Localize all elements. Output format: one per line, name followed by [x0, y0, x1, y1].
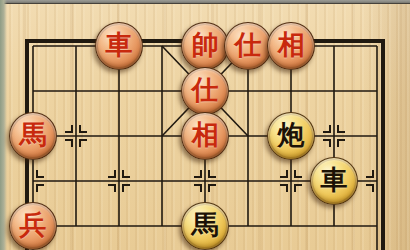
red-advisor[interactable]: 仕	[181, 67, 229, 115]
yellow-cannon[interactable]: 炮	[267, 112, 315, 160]
piece-character: 車	[321, 167, 348, 194]
red-general[interactable]: 帥	[181, 22, 229, 70]
red-chariot[interactable]: 車	[95, 22, 143, 70]
xiangqi-board[interactable]: 車帥仕相仕馬相炮車兵馬	[12, 24, 399, 249]
piece-character: 仕	[235, 32, 262, 59]
piece-character: 相	[192, 122, 219, 149]
piece-character: 炮	[278, 122, 305, 149]
red-soldier[interactable]: 兵	[9, 202, 57, 250]
piece-character: 馬	[192, 212, 219, 239]
red-horse[interactable]: 馬	[9, 112, 57, 160]
piece-character: 相	[278, 32, 305, 59]
red-advisor[interactable]: 仕	[224, 22, 272, 70]
piece-character: 兵	[20, 212, 47, 239]
xiangqi-app-screen: 車帥仕相仕馬相炮車兵馬	[0, 0, 410, 250]
piece-character: 仕	[192, 77, 219, 104]
piece-character: 帥	[192, 32, 219, 59]
red-elephant[interactable]: 相	[267, 22, 315, 70]
red-elephant[interactable]: 相	[181, 112, 229, 160]
piece-character: 車	[106, 32, 133, 59]
yellow-horse[interactable]: 馬	[181, 202, 229, 250]
yellow-chariot[interactable]: 車	[310, 157, 358, 205]
piece-character: 馬	[20, 122, 47, 149]
